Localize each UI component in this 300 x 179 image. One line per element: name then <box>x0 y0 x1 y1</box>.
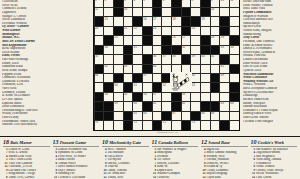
cell-number: 41 <box>211 55 214 58</box>
white-cell[interactable] <box>124 74 133 82</box>
white-cell[interactable] <box>191 93 200 101</box>
black-cell <box>104 83 113 91</box>
white-cell[interactable]: 22 <box>133 27 142 35</box>
white-cell[interactable]: 62 <box>182 102 191 110</box>
cell-number: 14 <box>211 8 214 11</box>
white-cell[interactable]: 7 <box>182 0 191 7</box>
white-cell[interactable] <box>230 55 239 63</box>
white-cell[interactable] <box>230 74 239 82</box>
cell-number: 31 <box>134 46 137 49</box>
white-cell[interactable] <box>114 17 123 25</box>
white-cell[interactable] <box>143 8 152 16</box>
cell-number: 8 <box>192 0 194 2</box>
black-cell <box>114 27 123 35</box>
cell-number: 62 <box>182 102 185 105</box>
cell-number: 60 <box>134 102 137 105</box>
cartoon-mascot-illustration <box>170 72 191 92</box>
cell-number: 27 <box>182 36 185 39</box>
white-cell[interactable] <box>201 93 210 101</box>
black-cell <box>143 27 152 35</box>
white-cell[interactable] <box>95 36 104 44</box>
white-cell[interactable]: 64 <box>230 102 239 110</box>
white-cell[interactable]: 19 <box>201 17 210 25</box>
right-clue-column: Herner Tides-am-SudsDiane Wander, Frankl… <box>243 0 298 123</box>
white-cell[interactable]: 55 <box>124 93 133 101</box>
black-cell <box>172 102 181 110</box>
black-cell <box>95 65 104 73</box>
black-cell <box>133 93 142 101</box>
white-cell[interactable]: 12 <box>95 8 104 16</box>
black-cell <box>172 93 181 101</box>
black-cell <box>95 93 104 101</box>
white-cell[interactable]: 39 <box>191 55 200 63</box>
white-cell[interactable] <box>201 27 210 35</box>
white-cell[interactable]: 58 <box>182 93 191 101</box>
black-cell <box>220 121 229 129</box>
entry-text: Castillche <box>157 176 169 179</box>
white-cell[interactable] <box>153 36 162 44</box>
black-cell <box>201 0 210 7</box>
white-cell[interactable] <box>104 8 113 16</box>
white-cell[interactable] <box>201 83 210 91</box>
section-divider-rule <box>0 136 300 137</box>
white-cell[interactable] <box>95 83 104 91</box>
black-cell <box>153 0 162 7</box>
black-cell <box>143 102 152 110</box>
white-cell[interactable] <box>191 65 200 73</box>
white-cell[interactable]: 8 <box>191 0 200 7</box>
cell-number: 63 <box>221 102 224 105</box>
white-cell[interactable]: 13 <box>124 8 133 16</box>
white-cell[interactable]: 33 <box>220 46 229 54</box>
black-cell <box>114 74 123 82</box>
white-cell[interactable] <box>162 8 171 16</box>
cell-number: 4 <box>134 0 136 2</box>
cell-number: 55 <box>124 93 127 96</box>
black-cell <box>230 83 239 91</box>
cell-number: 46 <box>95 74 98 77</box>
white-cell[interactable] <box>211 93 220 101</box>
bottom-section-header: 10Cookie's Work <box>251 139 298 147</box>
white-cell[interactable]: 18 <box>172 17 181 25</box>
white-cell[interactable] <box>191 8 200 16</box>
cell-number: 49 <box>221 74 224 77</box>
bottom-section-number: 11 <box>152 139 158 145</box>
black-cell <box>230 36 239 44</box>
white-cell[interactable]: 69 <box>211 112 220 120</box>
bottom-clue-entry: 8Tunde 1995, Garnier <box>3 176 50 179</box>
newspaper-crossword-page: CleaverheadSilver SeeksCommence DeannaLa… <box>0 0 300 179</box>
white-cell[interactable] <box>153 46 162 54</box>
cell-number: 56 <box>143 93 146 96</box>
white-cell[interactable]: 40 <box>201 55 210 63</box>
black-cell <box>143 55 152 63</box>
white-cell[interactable]: 6 <box>162 0 171 7</box>
bottom-clue-section: 12Sound Base4Ingera a.d.5Malve Othmar St… <box>201 139 248 179</box>
white-cell[interactable]: 3 <box>124 0 133 7</box>
cell-number: 19 <box>201 18 204 21</box>
white-cell[interactable]: 65 <box>133 112 142 120</box>
black-cell <box>133 74 142 82</box>
black-cell <box>162 46 171 54</box>
white-cell[interactable] <box>143 121 152 129</box>
white-cell[interactable] <box>220 83 229 91</box>
black-cell <box>124 55 133 63</box>
cell-number: 13 <box>124 8 127 11</box>
white-cell[interactable]: 24 <box>191 27 200 35</box>
cell-number: 30 <box>105 46 108 49</box>
white-cell[interactable]: 60 <box>133 102 142 110</box>
white-cell[interactable]: 23 <box>153 27 162 35</box>
cell-number: 70 <box>95 121 98 124</box>
white-cell[interactable]: 21 <box>124 27 133 35</box>
black-cell <box>211 74 220 82</box>
white-cell[interactable] <box>201 65 210 73</box>
cell-number: 23 <box>153 27 156 30</box>
white-cell[interactable]: 45 <box>220 65 229 73</box>
white-cell[interactable]: 68 <box>201 112 210 120</box>
white-cell[interactable]: 59 <box>114 102 123 110</box>
cell-number: 29 <box>221 36 224 39</box>
white-cell[interactable] <box>114 65 123 73</box>
cell-number: 44 <box>153 65 156 68</box>
white-cell[interactable] <box>230 121 239 129</box>
black-cell <box>114 8 123 16</box>
cell-number: 61 <box>153 102 156 105</box>
white-cell[interactable]: 10 <box>220 0 229 7</box>
white-cell[interactable]: 70 <box>95 121 104 129</box>
cell-number: 33 <box>221 46 224 49</box>
black-cell <box>182 17 191 25</box>
white-cell[interactable]: 66 <box>143 112 152 120</box>
white-cell[interactable] <box>104 27 113 35</box>
bottom-clue-entry: 12Caysa Bane <box>201 176 248 179</box>
white-cell[interactable]: 50 <box>114 83 123 91</box>
clue-line: Stanford 1928 (determiners) <box>2 123 91 127</box>
white-cell[interactable] <box>211 17 220 25</box>
white-cell[interactable] <box>172 121 181 129</box>
black-cell <box>133 17 142 25</box>
cell-number: 45 <box>221 65 224 68</box>
white-cell[interactable]: 20 <box>95 27 104 35</box>
cell-number: 50 <box>114 84 117 87</box>
white-cell[interactable]: 49 <box>220 74 229 82</box>
black-cell <box>104 112 113 120</box>
white-cell[interactable] <box>114 55 123 63</box>
cell-number: 3 <box>124 0 126 2</box>
white-cell[interactable]: 35 <box>95 55 104 63</box>
white-cell[interactable]: 61 <box>153 102 162 110</box>
white-cell[interactable]: 25 <box>114 36 123 44</box>
white-cell[interactable] <box>230 17 239 25</box>
black-cell <box>114 0 123 7</box>
white-cell[interactable]: 15 <box>104 17 113 25</box>
white-cell[interactable]: 32 <box>182 46 191 54</box>
white-cell[interactable]: 28 <box>211 36 220 44</box>
black-cell <box>124 121 133 129</box>
black-cell <box>162 36 171 44</box>
black-cell <box>172 46 181 54</box>
white-cell[interactable] <box>114 121 123 129</box>
cell-number: 37 <box>163 55 166 58</box>
bottom-clue-section: 18Bais Manor3Lemon W. Globe7Irene a. Ard… <box>3 139 50 179</box>
black-cell <box>211 102 220 110</box>
white-cell[interactable] <box>133 36 142 44</box>
cell-number: 32 <box>182 46 185 49</box>
cell-number: 2 <box>105 0 107 2</box>
white-cell[interactable]: 71 <box>133 121 142 129</box>
cell-number: 20 <box>95 27 98 30</box>
white-cell[interactable]: 17 <box>153 17 162 25</box>
black-cell <box>162 112 171 120</box>
white-cell[interactable] <box>124 36 133 44</box>
black-cell <box>124 83 133 91</box>
black-cell <box>220 17 229 25</box>
black-cell <box>201 102 210 110</box>
white-cell[interactable]: 4 <box>133 0 142 7</box>
cell-number: 24 <box>192 27 195 30</box>
white-cell[interactable] <box>211 121 220 129</box>
black-cell <box>104 102 113 110</box>
white-cell[interactable] <box>201 74 210 82</box>
black-cell <box>220 27 229 35</box>
bottom-section-number: 12 <box>201 139 207 145</box>
cell-number: 10 <box>221 0 224 2</box>
white-cell[interactable]: 26 <box>172 36 181 44</box>
white-cell[interactable]: 38 <box>172 55 181 63</box>
white-cell[interactable]: 36 <box>153 55 162 63</box>
cell-number: 21 <box>124 27 127 30</box>
white-cell[interactable] <box>124 102 133 110</box>
white-cell[interactable]: 29 <box>220 36 229 44</box>
black-cell <box>95 112 104 120</box>
entry-number: 12 <box>102 176 107 179</box>
white-cell[interactable]: 2 <box>104 0 113 7</box>
white-cell[interactable] <box>114 112 123 120</box>
bottom-clue-section: 10Cookie's Work3Jan-Klamser 'ny Ritschle… <box>251 139 298 179</box>
cell-number: 65 <box>134 112 137 115</box>
black-cell <box>182 8 191 16</box>
bottom-clue-entry: 12Cane Lischa <box>251 176 298 179</box>
bottom-clue-section: 13Peasant Game3Gunilla Weinmach-Jub.6Sym… <box>53 139 100 179</box>
cell-number: 9 <box>211 0 213 2</box>
cell-number: 59 <box>114 102 117 105</box>
white-cell[interactable] <box>153 112 162 120</box>
cell-number: 71 <box>134 121 137 124</box>
cell-number: 17 <box>153 18 156 21</box>
white-cell[interactable]: 14 <box>211 8 220 16</box>
white-cell[interactable]: 48 <box>191 74 200 82</box>
black-cell <box>201 46 210 54</box>
white-cell[interactable] <box>230 27 239 35</box>
entry-number: 12 <box>152 176 157 179</box>
black-cell <box>201 8 210 16</box>
white-cell[interactable]: 73 <box>191 121 200 129</box>
white-cell[interactable] <box>104 55 113 63</box>
white-cell[interactable] <box>182 112 191 120</box>
white-cell[interactable] <box>104 121 113 129</box>
black-cell <box>95 102 104 110</box>
bottom-clue-entry: 12Tisball, Rive <box>102 176 149 179</box>
black-cell <box>191 17 200 25</box>
white-cell[interactable] <box>114 93 123 101</box>
black-cell <box>95 17 104 25</box>
white-cell[interactable]: 41 <box>211 55 220 63</box>
bottom-clue-section: 11Canada Balloon3Jan-Windsor 'la Wagner4… <box>152 139 199 179</box>
cell-number: 11 <box>230 0 233 2</box>
black-cell <box>153 121 162 129</box>
white-cell[interactable] <box>230 112 239 120</box>
cell-number: 48 <box>192 74 195 77</box>
left-clue-column: CleaverheadSilver SeeksCommence DeannaLa… <box>2 0 91 127</box>
white-cell[interactable] <box>220 8 229 16</box>
white-cell[interactable] <box>172 27 181 35</box>
white-cell[interactable]: 31 <box>133 46 142 54</box>
crossword-grid: 1234567891011121314151617181920212223242… <box>93 0 240 131</box>
entry-number: 12 <box>201 176 206 179</box>
black-cell <box>211 46 220 54</box>
white-cell[interactable]: 30 <box>104 46 113 54</box>
white-cell[interactable] <box>162 93 171 101</box>
black-cell <box>182 121 191 129</box>
black-cell <box>153 83 162 91</box>
cell-number: 26 <box>172 36 175 39</box>
bottom-section-number: 13 <box>53 139 59 145</box>
black-cell <box>143 36 152 44</box>
bottom-section-header: 10Mechanicky Gate <box>102 139 149 147</box>
black-cell <box>124 112 133 120</box>
bottom-section-number: 18 <box>3 139 9 145</box>
white-cell[interactable] <box>153 74 162 82</box>
white-cell[interactable]: 16 <box>143 17 152 25</box>
white-cell[interactable] <box>162 17 171 25</box>
white-cell[interactable] <box>220 93 229 101</box>
black-cell <box>230 65 239 73</box>
white-cell[interactable]: 72 <box>162 121 171 129</box>
white-cell[interactable]: 42 <box>104 65 113 73</box>
white-cell[interactable] <box>162 27 171 35</box>
cell-number: 38 <box>172 55 175 58</box>
white-cell[interactable]: 63 <box>220 102 229 110</box>
white-cell[interactable] <box>191 36 200 44</box>
cell-number: 39 <box>192 55 195 58</box>
white-cell[interactable]: 43 <box>124 65 133 73</box>
white-cell[interactable]: 34 <box>230 46 239 54</box>
cell-number: 72 <box>163 121 166 124</box>
black-cell <box>172 0 181 7</box>
cell-number: 22 <box>134 27 137 30</box>
black-cell <box>191 112 200 120</box>
cell-number: 16 <box>143 18 146 21</box>
white-cell[interactable]: 46 <box>95 74 104 82</box>
white-cell[interactable]: 27 <box>182 36 191 44</box>
white-cell[interactable]: 5 <box>143 0 152 7</box>
black-cell <box>220 55 229 63</box>
grid-caption: Auflösung Seite 18 <box>93 131 240 134</box>
white-cell[interactable]: 54 <box>104 93 113 101</box>
cell-number: 51 <box>134 84 137 87</box>
bottom-clue-band: 18Bais Manor3Lemon W. Globe7Irene a. Ard… <box>3 139 297 179</box>
white-cell[interactable] <box>143 83 152 91</box>
black-cell <box>182 55 191 63</box>
clue-line: Coleman Ferdi-zahlgner <box>243 120 298 124</box>
bottom-section-title: Cookie's Work <box>258 140 284 146</box>
cell-number: 36 <box>153 55 156 58</box>
bottom-section-number: 10 <box>102 139 108 145</box>
entry-text: Clement P. Greenland <box>58 176 85 179</box>
white-cell[interactable] <box>201 121 210 129</box>
white-cell[interactable] <box>133 65 142 73</box>
bottom-clue-entry: 12Castillche <box>152 176 199 179</box>
white-cell[interactable] <box>191 102 200 110</box>
cell-number: 15 <box>105 18 108 21</box>
white-cell[interactable]: 67 <box>172 112 181 120</box>
white-cell[interactable] <box>143 46 152 54</box>
white-cell[interactable]: 11 <box>230 0 239 7</box>
cell-number: 47 <box>143 74 146 77</box>
white-cell[interactable]: 47 <box>143 74 152 82</box>
white-cell[interactable] <box>104 74 113 82</box>
white-cell[interactable] <box>211 65 220 73</box>
black-cell <box>124 46 133 54</box>
bottom-clue-section: 10Mechanicky Gate4Weil 7 Mansor5Tall Mas… <box>102 139 149 179</box>
white-cell[interactable]: 44 <box>153 65 162 73</box>
cell-number: 69 <box>211 112 214 115</box>
white-cell[interactable]: 37 <box>162 55 171 63</box>
cell-number: 1 <box>95 0 97 2</box>
bottom-section-title: Canada Balloon <box>158 140 188 146</box>
white-cell[interactable]: 1 <box>95 0 104 7</box>
cell-number: 7 <box>182 0 184 2</box>
bottom-section-title: Peasant Game <box>60 140 86 146</box>
white-cell[interactable]: 9 <box>211 0 220 7</box>
white-cell[interactable]: 56 <box>143 93 152 101</box>
black-cell <box>143 65 152 73</box>
bottom-section-title: Sound Base <box>208 140 230 146</box>
cell-number: 12 <box>95 8 98 11</box>
entry-text: Tunde 1995, Garnier <box>9 176 35 179</box>
bottom-section-title: Mechanicky Gate <box>109 140 141 146</box>
cell-number: 42 <box>105 65 108 68</box>
white-cell[interactable] <box>191 46 200 54</box>
black-cell <box>211 83 220 91</box>
black-cell <box>95 46 104 54</box>
white-cell[interactable] <box>230 8 239 16</box>
cell-number: 54 <box>105 93 108 96</box>
white-cell[interactable] <box>133 8 142 16</box>
cell-number: 53 <box>192 84 195 87</box>
white-cell[interactable]: 53 <box>191 83 200 91</box>
bottom-section-header: 12Sound Base <box>201 139 248 147</box>
cell-number: 58 <box>182 93 185 96</box>
entry-text: Caysa Bane <box>207 176 222 179</box>
cell-number: 68 <box>201 112 204 115</box>
white-cell[interactable] <box>124 17 133 25</box>
white-cell[interactable] <box>211 27 220 35</box>
bottom-section-number: 10 <box>251 139 257 145</box>
white-cell[interactable] <box>133 55 142 63</box>
white-cell[interactable] <box>162 102 171 110</box>
cartoon-mascot-icon <box>170 72 191 92</box>
cell-number: 67 <box>172 112 175 115</box>
cell-number: 18 <box>172 18 175 21</box>
white-cell[interactable]: 57 <box>153 93 162 101</box>
cell-number: 34 <box>230 46 233 49</box>
white-cell[interactable]: 51 <box>133 83 142 91</box>
white-cell[interactable] <box>114 46 123 54</box>
black-cell <box>230 93 239 101</box>
white-cell[interactable] <box>220 112 229 120</box>
